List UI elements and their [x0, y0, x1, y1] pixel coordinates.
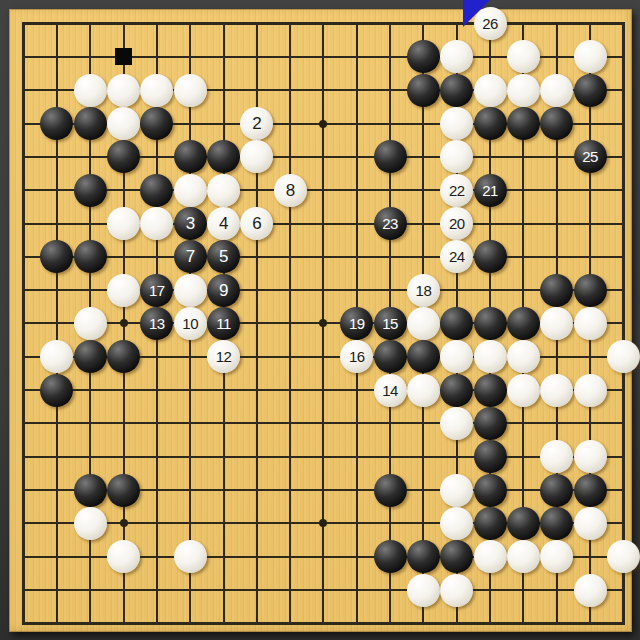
- white-stone-move-10: 10: [174, 307, 207, 340]
- white-stone: [74, 74, 107, 107]
- black-stone: [507, 107, 540, 140]
- black-stone: [574, 474, 607, 507]
- white-stone-move-18: 18: [407, 274, 440, 307]
- move-number-label: 2: [252, 115, 261, 132]
- white-stone: [607, 540, 640, 573]
- black-stone: [40, 374, 73, 407]
- move-number-label: 24: [449, 249, 465, 264]
- white-stone: [174, 74, 207, 107]
- black-stone: [440, 374, 473, 407]
- white-stone: [440, 474, 473, 507]
- white-stone: [574, 507, 607, 540]
- white-stone: [507, 374, 540, 407]
- black-stone: [407, 40, 440, 73]
- white-stone: [140, 207, 173, 240]
- black-stone: [107, 140, 140, 173]
- black-stone: [174, 140, 207, 173]
- white-stone: [574, 574, 607, 607]
- grid-line-horizontal: [22, 589, 625, 591]
- white-stone: [107, 107, 140, 140]
- grid-line-horizontal: [22, 456, 625, 458]
- move-number-label: 11: [216, 316, 231, 331]
- white-stone: [540, 307, 573, 340]
- black-stone: [407, 74, 440, 107]
- white-stone: [440, 140, 473, 173]
- white-stone: [107, 74, 140, 107]
- white-stone: [507, 40, 540, 73]
- move-number-label: 25: [582, 149, 598, 164]
- white-stone-move-8: 8: [274, 174, 307, 207]
- black-stone-move-17: 17: [140, 274, 173, 307]
- move-number-label: 5: [219, 248, 228, 265]
- move-number-label: 23: [382, 216, 398, 231]
- grid-line-horizontal: [22, 422, 625, 424]
- black-stone: [374, 140, 407, 173]
- black-stone: [540, 507, 573, 540]
- black-stone-move-3: 3: [174, 207, 207, 240]
- move-number-label: 10: [182, 316, 198, 331]
- black-stone: [374, 340, 407, 373]
- move-number-label: 9: [219, 282, 228, 299]
- white-stone: [574, 374, 607, 407]
- white-stone-move-4: 4: [207, 207, 240, 240]
- black-stone: [107, 340, 140, 373]
- move-number-label: 13: [149, 316, 165, 331]
- black-stone: [407, 340, 440, 373]
- white-stone-move-12: 12: [207, 340, 240, 373]
- white-stone: [474, 540, 507, 573]
- move-number-label: 12: [216, 349, 232, 364]
- white-stone: [240, 140, 273, 173]
- black-stone-move-23: 23: [374, 207, 407, 240]
- black-stone: [574, 274, 607, 307]
- black-stone-move-5: 5: [207, 240, 240, 273]
- white-stone: [507, 340, 540, 373]
- white-stone: [407, 374, 440, 407]
- white-stone: [440, 107, 473, 140]
- white-stone: [440, 407, 473, 440]
- white-stone: [174, 274, 207, 307]
- last-move-triangle-icon: [463, 0, 490, 27]
- white-stone: [507, 540, 540, 573]
- move-number-label: 3: [186, 215, 195, 232]
- black-stone: [40, 107, 73, 140]
- star-point: [319, 319, 327, 327]
- black-stone: [374, 474, 407, 507]
- black-stone: [474, 474, 507, 507]
- black-stone: [474, 307, 507, 340]
- white-stone: [540, 540, 573, 573]
- black-stone: [74, 240, 107, 273]
- square-marker: [115, 48, 132, 65]
- white-stone: [107, 207, 140, 240]
- black-stone: [207, 140, 240, 173]
- star-point: [319, 519, 327, 527]
- black-stone: [374, 540, 407, 573]
- move-number-label: 14: [382, 383, 398, 398]
- black-stone: [107, 474, 140, 507]
- white-stone: [440, 574, 473, 607]
- white-stone-move-24: 24: [440, 240, 473, 273]
- white-stone: [574, 440, 607, 473]
- move-number-label: 6: [252, 215, 261, 232]
- white-stone: [540, 440, 573, 473]
- black-stone: [474, 240, 507, 273]
- white-stone: [207, 174, 240, 207]
- black-stone-move-7: 7: [174, 240, 207, 273]
- black-stone-move-11: 11: [207, 307, 240, 340]
- white-stone: [74, 507, 107, 540]
- black-stone: [440, 74, 473, 107]
- black-stone: [540, 474, 573, 507]
- white-stone: [107, 540, 140, 573]
- move-number-label: 21: [482, 183, 498, 198]
- white-stone: [440, 507, 473, 540]
- black-stone: [74, 174, 107, 207]
- star-point: [319, 120, 327, 128]
- black-stone: [474, 107, 507, 140]
- black-stone: [74, 474, 107, 507]
- black-stone: [440, 540, 473, 573]
- black-stone-move-19: 19: [340, 307, 373, 340]
- move-number-label: 22: [449, 183, 465, 198]
- white-stone: [40, 340, 73, 373]
- white-stone: [174, 540, 207, 573]
- white-stone: [440, 40, 473, 73]
- black-stone-move-25: 25: [574, 140, 607, 173]
- black-stone: [474, 440, 507, 473]
- white-stone-move-14: 14: [374, 374, 407, 407]
- white-stone: [407, 574, 440, 607]
- white-stone: [607, 340, 640, 373]
- white-stone: [74, 307, 107, 340]
- white-stone: [407, 307, 440, 340]
- move-number-label: 20: [449, 216, 465, 231]
- black-stone: [474, 407, 507, 440]
- move-number-label: 4: [219, 215, 228, 232]
- white-stone: [440, 340, 473, 373]
- move-number-label: 15: [382, 316, 398, 331]
- white-stone: [540, 374, 573, 407]
- white-stone: [474, 340, 507, 373]
- white-stone-move-20: 20: [440, 207, 473, 240]
- move-number-label: 8: [286, 182, 295, 199]
- grid-line-vertical: [622, 22, 625, 625]
- move-number-label: 18: [416, 283, 432, 298]
- white-stone: [574, 307, 607, 340]
- white-stone-move-22: 22: [440, 174, 473, 207]
- white-stone: [540, 74, 573, 107]
- go-board[interactable]: 2622582221346232075241791813101119151216…: [9, 9, 632, 632]
- black-stone: [507, 307, 540, 340]
- white-stone: [140, 74, 173, 107]
- white-stone: [507, 74, 540, 107]
- white-stone: [474, 74, 507, 107]
- white-stone-move-6: 6: [240, 207, 273, 240]
- black-stone: [140, 174, 173, 207]
- grid-line-horizontal: [22, 622, 625, 625]
- move-number-label: 16: [349, 349, 365, 364]
- black-stone: [40, 240, 73, 273]
- black-stone: [474, 374, 507, 407]
- white-stone-move-16: 16: [340, 340, 373, 373]
- black-stone: [540, 107, 573, 140]
- star-point: [120, 319, 128, 327]
- white-stone: [107, 274, 140, 307]
- star-point: [120, 519, 128, 527]
- black-stone: [474, 507, 507, 540]
- white-stone: [174, 174, 207, 207]
- black-stone: [574, 74, 607, 107]
- black-stone-move-21: 21: [474, 174, 507, 207]
- black-stone: [507, 507, 540, 540]
- black-stone-move-13: 13: [140, 307, 173, 340]
- black-stone: [540, 274, 573, 307]
- black-stone-move-15: 15: [374, 307, 407, 340]
- black-stone-move-9: 9: [207, 274, 240, 307]
- black-stone: [407, 540, 440, 573]
- black-stone: [74, 340, 107, 373]
- white-stone-move-2: 2: [240, 107, 273, 140]
- black-stone: [440, 307, 473, 340]
- black-stone: [74, 107, 107, 140]
- white-stone: [574, 40, 607, 73]
- app-frame: 2622582221346232075241791813101119151216…: [0, 0, 640, 640]
- move-number-label: 19: [349, 316, 365, 331]
- move-number-label: 17: [149, 283, 165, 298]
- black-stone: [140, 107, 173, 140]
- move-number-label: 7: [186, 248, 195, 265]
